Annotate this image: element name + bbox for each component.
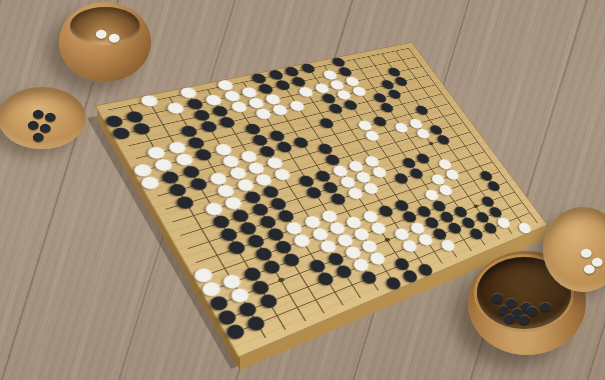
black-stone-bowl-stone: ● xyxy=(490,291,504,302)
white-stone-bowl-stone: ● xyxy=(107,31,121,42)
white-prisoner-lid-stone: ● xyxy=(582,262,596,273)
black-stone-bowl-stone: ● xyxy=(538,300,552,311)
black-prisoner-lid-stone: ● xyxy=(31,130,45,141)
black-stone-bowl-stone: ● xyxy=(517,313,531,324)
white-stone-bowl xyxy=(59,2,151,82)
white-stone-bowl-stone: ● xyxy=(94,27,108,38)
black-stone-bowl-stone: ● xyxy=(502,312,516,323)
scene: ●●●●●●●●●●●●●●●●●●●●●●●●●●●●●●●●●●●●●●●●… xyxy=(0,0,605,380)
